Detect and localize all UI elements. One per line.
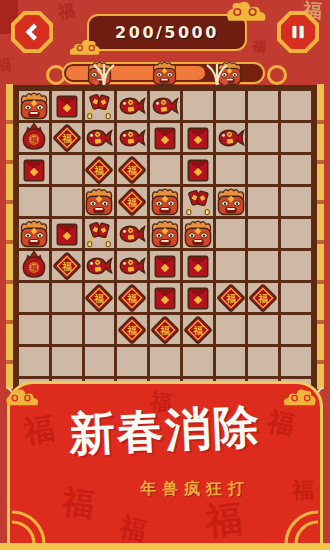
tile-red-envelope-icon[interactable] <box>51 90 82 121</box>
board-cell <box>281 91 311 120</box>
tile-firecrackers-icon[interactable] <box>182 186 213 217</box>
board-cell[interactable] <box>52 219 82 248</box>
board-cell <box>52 187 82 216</box>
board-cell[interactable] <box>150 283 180 312</box>
board-cell[interactable] <box>117 315 147 344</box>
board-cell <box>216 219 246 248</box>
tile-money-bag-icon[interactable] <box>18 250 49 281</box>
tile-red-envelope-icon[interactable] <box>182 250 213 281</box>
tile-fish-icon[interactable] <box>84 250 115 281</box>
board-cell[interactable] <box>117 219 147 248</box>
tile-lion-head-icon[interactable] <box>18 90 49 121</box>
board-cell <box>248 91 278 120</box>
board-cell[interactable] <box>19 155 49 184</box>
board-cell <box>248 219 278 248</box>
board-cell[interactable] <box>150 219 180 248</box>
board-cell[interactable] <box>150 91 180 120</box>
tile-lion-head-icon[interactable] <box>18 218 49 249</box>
board-cell <box>248 123 278 152</box>
tile-fu-diamond-icon[interactable] <box>51 250 82 281</box>
tile-red-envelope-icon[interactable] <box>182 154 213 185</box>
board-frame-stripe <box>6 84 13 389</box>
tile-fu-diamond-icon[interactable] <box>117 314 148 345</box>
bg-fu-pattern: 福 <box>251 37 268 57</box>
tile-fish-icon[interactable] <box>117 122 148 153</box>
board-cell[interactable] <box>85 123 115 152</box>
board-cell <box>19 347 49 376</box>
board-cell <box>281 187 311 216</box>
game-board <box>13 85 317 414</box>
tile-red-envelope-icon[interactable] <box>149 250 180 281</box>
pause-icon <box>288 22 308 42</box>
board-cell <box>248 347 278 376</box>
board-cell <box>52 155 82 184</box>
board-cell <box>183 347 213 376</box>
tile-fu-diamond-icon[interactable] <box>117 186 148 217</box>
board-cell <box>216 251 246 280</box>
board-cell[interactable] <box>19 123 49 152</box>
board-cell[interactable] <box>117 123 147 152</box>
board-cell[interactable] <box>183 187 213 216</box>
board-cell <box>248 251 278 280</box>
tile-fish-icon[interactable] <box>117 90 148 121</box>
tile-fish-icon[interactable] <box>84 122 115 153</box>
lion-milestone-icon <box>216 60 243 87</box>
board-cell <box>281 155 311 184</box>
pause-button[interactable] <box>277 11 319 53</box>
board-cell <box>52 347 82 376</box>
board-cell[interactable] <box>117 91 147 120</box>
board-cell <box>248 155 278 184</box>
tile-money-bag-icon[interactable] <box>18 122 49 153</box>
tile-red-envelope-icon[interactable] <box>182 282 213 313</box>
board-cell[interactable] <box>216 123 246 152</box>
board-cell[interactable] <box>150 251 180 280</box>
board-cell <box>216 347 246 376</box>
board-cell <box>150 347 180 376</box>
tile-fu-diamond-icon[interactable] <box>149 314 180 345</box>
tile-firecrackers-icon[interactable] <box>84 90 115 121</box>
board-cell <box>19 315 49 344</box>
tile-red-envelope-icon[interactable] <box>149 282 180 313</box>
board-cell[interactable] <box>52 91 82 120</box>
tile-lion-head-icon[interactable] <box>215 186 246 217</box>
game-title: 新春消除 <box>9 393 321 468</box>
board-cell <box>150 155 180 184</box>
banner-fu-pattern: 福 <box>292 476 314 506</box>
tile-red-envelope-icon[interactable] <box>18 154 49 185</box>
progress-end-decoration <box>267 65 287 85</box>
board-cell <box>216 315 246 344</box>
board-cell[interactable] <box>117 155 147 184</box>
board-cell[interactable] <box>183 315 213 344</box>
tile-lion-head-icon[interactable] <box>84 186 115 217</box>
score-value: 200/5000 <box>115 23 219 42</box>
board-cell[interactable] <box>85 155 115 184</box>
tile-firecrackers-icon[interactable] <box>84 218 115 249</box>
title-banner: 福 福 福 福 福 福 福 新春消除 年兽疯狂打 <box>7 381 323 549</box>
tile-fu-diamond-icon[interactable] <box>117 154 148 185</box>
banner-fu-pattern: 福 <box>59 480 97 528</box>
board-cell[interactable] <box>216 283 246 312</box>
board-cell <box>248 315 278 344</box>
tile-fu-diamond-icon[interactable] <box>215 282 246 313</box>
board-cell <box>52 283 82 312</box>
board-cell[interactable] <box>183 283 213 312</box>
tile-fish-icon[interactable] <box>117 218 148 249</box>
tile-red-envelope-icon[interactable] <box>149 122 180 153</box>
board-cell <box>19 187 49 216</box>
board-cell[interactable] <box>52 123 82 152</box>
tile-fish-icon[interactable] <box>215 122 246 153</box>
board-cell[interactable] <box>19 251 49 280</box>
tile-fish-icon[interactable] <box>117 250 148 281</box>
board-cell[interactable] <box>183 123 213 152</box>
tile-fish-icon[interactable] <box>149 90 180 121</box>
board-cell[interactable] <box>19 91 49 120</box>
board-cell[interactable] <box>183 155 213 184</box>
banner-fu-pattern: 福 <box>204 494 245 546</box>
board-cell[interactable] <box>150 123 180 152</box>
tile-fu-diamond-icon[interactable] <box>84 282 115 313</box>
board-grid <box>19 91 311 408</box>
board-cell[interactable] <box>85 219 115 248</box>
board-cell <box>85 347 115 376</box>
tile-fu-diamond-icon[interactable] <box>51 122 82 153</box>
tile-fu-diamond-icon[interactable] <box>117 282 148 313</box>
board-cell[interactable] <box>19 219 49 248</box>
corner-arc-decoration-icon <box>12 506 50 544</box>
board-cell <box>281 219 311 248</box>
board-cell <box>248 187 278 216</box>
board-cell <box>85 315 115 344</box>
board-cell <box>19 283 49 312</box>
game-screen: 福 <box>0 0 330 550</box>
board-cell[interactable] <box>248 283 278 312</box>
tile-red-envelope-icon[interactable] <box>182 122 213 153</box>
bg-fu-pattern: 福 <box>0 56 11 75</box>
board-cell <box>216 91 246 120</box>
board-cell[interactable] <box>85 91 115 120</box>
board-cell <box>281 347 311 376</box>
bg-fu-pattern: 福 <box>56 0 76 24</box>
tile-red-envelope-icon[interactable] <box>51 218 82 249</box>
tile-lion-head-icon[interactable] <box>149 218 180 249</box>
board-cell[interactable] <box>216 187 246 216</box>
board-cell[interactable] <box>117 187 147 216</box>
board-cell[interactable] <box>117 251 147 280</box>
board-cell[interactable] <box>85 283 115 312</box>
board-cell[interactable] <box>52 251 82 280</box>
tile-fu-diamond-icon[interactable] <box>84 154 115 185</box>
corner-arc-decoration-icon <box>280 506 318 544</box>
board-cell <box>216 155 246 184</box>
lion-milestone-icon <box>86 60 113 87</box>
board-cell <box>52 315 82 344</box>
progress-bar <box>62 62 265 84</box>
score-panel: 200/5000 <box>87 14 247 51</box>
board-cell[interactable] <box>183 251 213 280</box>
tile-fu-diamond-icon[interactable] <box>248 282 279 313</box>
board-cell <box>281 123 311 152</box>
lion-milestone-icon <box>151 60 178 87</box>
board-cell[interactable] <box>117 283 147 312</box>
board-cell[interactable] <box>150 187 180 216</box>
board-cell[interactable] <box>183 219 213 248</box>
board-cell <box>183 91 213 120</box>
chevron-left-icon <box>21 21 43 43</box>
board-cell <box>281 251 311 280</box>
board-cell[interactable] <box>85 187 115 216</box>
board-cell <box>117 347 147 376</box>
tile-lion-head-icon[interactable] <box>182 218 213 249</box>
board-cell[interactable] <box>150 315 180 344</box>
tile-fu-diamond-icon[interactable] <box>182 314 213 345</box>
board-cell <box>281 315 311 344</box>
board-cell <box>281 283 311 312</box>
board-frame-stripe <box>317 84 324 389</box>
game-subtitle: 年兽疯狂打 <box>140 479 250 500</box>
tile-lion-head-icon[interactable] <box>149 186 180 217</box>
board-cell[interactable] <box>85 251 115 280</box>
bottom-gold-strip <box>0 543 330 550</box>
